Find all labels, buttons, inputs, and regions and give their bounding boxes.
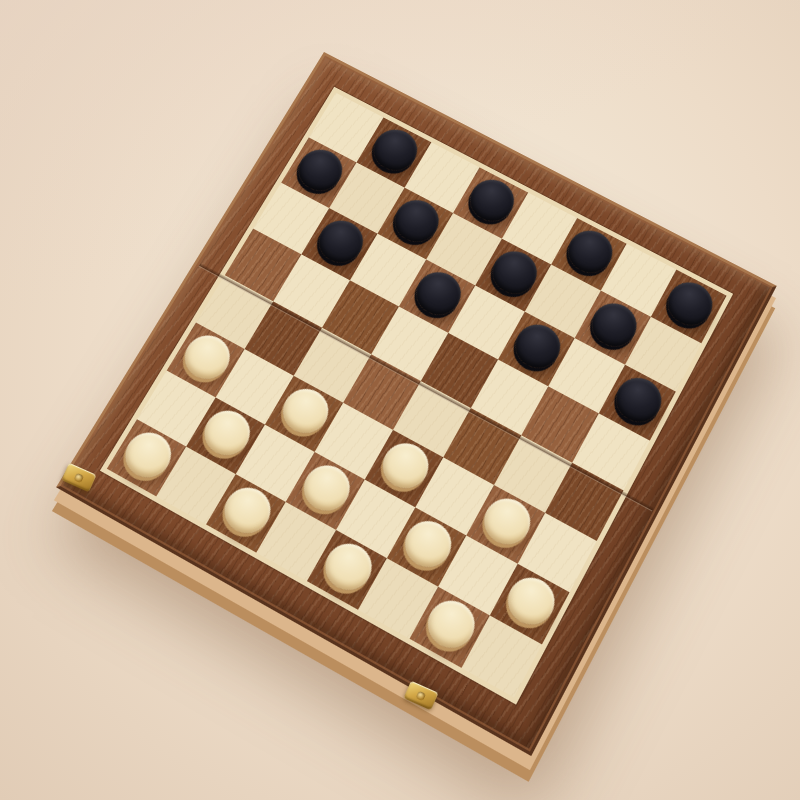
clasp-pin-icon xyxy=(74,473,85,484)
playing-field xyxy=(100,87,733,705)
clasp-pin-icon xyxy=(416,691,427,702)
black-checker-r1c8[interactable] xyxy=(660,275,720,333)
product-photo-scene xyxy=(0,0,800,800)
checkers-board xyxy=(56,52,777,756)
